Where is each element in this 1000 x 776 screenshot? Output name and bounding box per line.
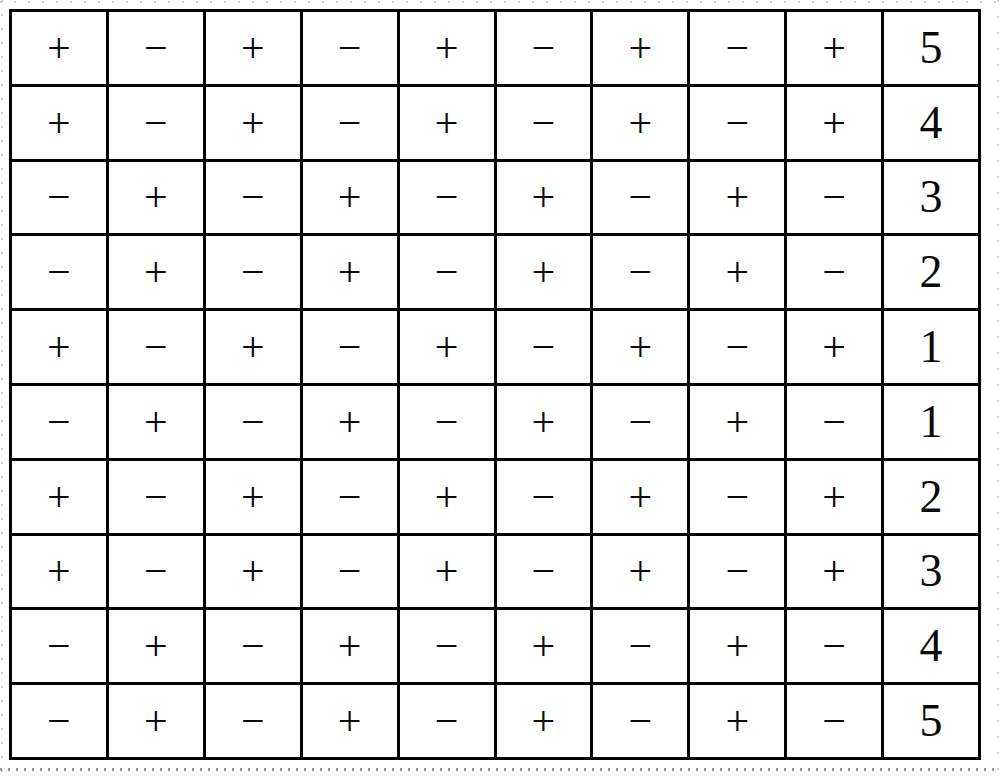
cell-r4c8: + <box>690 236 784 308</box>
cell-r5c7: + <box>593 311 687 383</box>
cell-r3c8: + <box>690 162 784 234</box>
polarity-grid: +−+−+−+−+5+−+−+−+−+4−+−+−+−+−3−+−+−+−+−2… <box>9 9 981 760</box>
cell-r9c6: + <box>497 610 591 682</box>
cell-r1c5: + <box>400 12 494 84</box>
cell-r2c9: + <box>787 87 881 159</box>
cell-r6c1: − <box>12 386 106 458</box>
cell-r4c2: + <box>109 236 203 308</box>
cell-r8c2: − <box>109 536 203 608</box>
cell-r6c6: + <box>497 386 591 458</box>
page: { "game": "polarity-grid-diagram (10x10 … <box>0 0 1000 776</box>
cell-r3c4: + <box>303 162 397 234</box>
cell-r1c8: − <box>690 12 784 84</box>
cell-r2c2: − <box>109 87 203 159</box>
cell-r8c7: + <box>593 536 687 608</box>
cell-r7c1: + <box>12 461 106 533</box>
cell-r1c4: − <box>303 12 397 84</box>
row-number-r5: 1 <box>884 311 978 383</box>
cell-r3c6: + <box>497 162 591 234</box>
cell-r9c8: + <box>690 610 784 682</box>
row-number-r6: 1 <box>884 386 978 458</box>
cell-r6c3: − <box>206 386 300 458</box>
scan-artifact-top-dots <box>0 1 1000 3</box>
cell-r5c4: − <box>303 311 397 383</box>
cell-r10c5: − <box>400 685 494 757</box>
cell-r9c5: − <box>400 610 494 682</box>
row-number-r7: 2 <box>884 461 978 533</box>
cell-r10c1: − <box>12 685 106 757</box>
row-number-r10: 5 <box>884 685 978 757</box>
cell-r5c3: + <box>206 311 300 383</box>
cell-r6c7: − <box>593 386 687 458</box>
cell-r10c7: − <box>593 685 687 757</box>
cell-r10c6: + <box>497 685 591 757</box>
cell-r5c8: − <box>690 311 784 383</box>
cell-r9c4: + <box>303 610 397 682</box>
cell-r2c5: + <box>400 87 494 159</box>
cell-r5c1: + <box>12 311 106 383</box>
cell-r5c5: + <box>400 311 494 383</box>
scan-artifact-bottom-dotted-line <box>0 768 1000 771</box>
cell-r5c9: + <box>787 311 881 383</box>
row-number-r4: 2 <box>884 236 978 308</box>
cell-r10c8: + <box>690 685 784 757</box>
cell-r1c3: + <box>206 12 300 84</box>
cell-r4c3: − <box>206 236 300 308</box>
row-number-r8: 3 <box>884 536 978 608</box>
cell-r8c1: + <box>12 536 106 608</box>
cell-r4c9: − <box>787 236 881 308</box>
cell-r6c8: + <box>690 386 784 458</box>
cell-r7c2: − <box>109 461 203 533</box>
cell-r2c3: + <box>206 87 300 159</box>
row-number-r2: 4 <box>884 87 978 159</box>
cell-r7c3: + <box>206 461 300 533</box>
cell-r6c4: + <box>303 386 397 458</box>
cell-r7c9: + <box>787 461 881 533</box>
cell-r6c2: + <box>109 386 203 458</box>
cell-r10c9: − <box>787 685 881 757</box>
cell-r1c2: − <box>109 12 203 84</box>
cell-r10c3: − <box>206 685 300 757</box>
cell-r4c6: + <box>497 236 591 308</box>
row-number-r9: 4 <box>884 610 978 682</box>
cell-r2c4: − <box>303 87 397 159</box>
cell-r4c1: − <box>12 236 106 308</box>
cell-r1c7: + <box>593 12 687 84</box>
scan-artifact-left-dots <box>1 0 3 776</box>
cell-r3c2: + <box>109 162 203 234</box>
cell-r5c2: − <box>109 311 203 383</box>
cell-r3c9: − <box>787 162 881 234</box>
cell-r7c7: + <box>593 461 687 533</box>
cell-r4c5: − <box>400 236 494 308</box>
cell-r1c6: − <box>497 12 591 84</box>
cell-r3c5: − <box>400 162 494 234</box>
cell-r6c5: − <box>400 386 494 458</box>
cell-r6c9: − <box>787 386 881 458</box>
cell-r1c1: + <box>12 12 106 84</box>
cell-r3c7: − <box>593 162 687 234</box>
cell-r10c4: + <box>303 685 397 757</box>
cell-r2c7: + <box>593 87 687 159</box>
cell-r9c7: − <box>593 610 687 682</box>
cell-r3c3: − <box>206 162 300 234</box>
cell-r1c9: + <box>787 12 881 84</box>
cell-r8c5: + <box>400 536 494 608</box>
cell-r5c6: − <box>497 311 591 383</box>
cell-r7c6: − <box>497 461 591 533</box>
cell-r3c1: − <box>12 162 106 234</box>
cell-r7c4: − <box>303 461 397 533</box>
cell-r8c4: − <box>303 536 397 608</box>
cell-r2c8: − <box>690 87 784 159</box>
cell-r10c2: + <box>109 685 203 757</box>
row-number-r1: 5 <box>884 12 978 84</box>
cell-r8c3: + <box>206 536 300 608</box>
cell-r7c8: − <box>690 461 784 533</box>
row-number-r3: 3 <box>884 162 978 234</box>
cell-r8c9: + <box>787 536 881 608</box>
cell-r8c8: − <box>690 536 784 608</box>
cell-r9c1: − <box>12 610 106 682</box>
cell-r2c1: + <box>12 87 106 159</box>
scan-artifact-right-dots <box>997 0 999 776</box>
cell-r9c3: − <box>206 610 300 682</box>
cell-r2c6: − <box>497 87 591 159</box>
cell-r9c2: + <box>109 610 203 682</box>
cell-r8c6: − <box>497 536 591 608</box>
cell-r7c5: + <box>400 461 494 533</box>
cell-r4c7: − <box>593 236 687 308</box>
cell-r4c4: + <box>303 236 397 308</box>
cell-r9c9: − <box>787 610 881 682</box>
